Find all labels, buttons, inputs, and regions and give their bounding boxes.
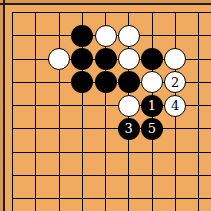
board-intersection bbox=[164, 47, 187, 70]
stone-black-move-1: 1 bbox=[141, 95, 163, 117]
stone-black bbox=[71, 71, 93, 93]
stone-white bbox=[118, 25, 140, 47]
board-intersection bbox=[71, 24, 94, 47]
board-intersection bbox=[71, 71, 94, 94]
stone-black bbox=[95, 71, 117, 93]
move-number-label: 3 bbox=[125, 122, 133, 135]
stone-black bbox=[71, 48, 93, 70]
board-intersection: 4 bbox=[164, 94, 187, 117]
stone-white-move-4: 4 bbox=[164, 95, 186, 117]
stone-white bbox=[95, 25, 117, 47]
stone-black-move-5: 5 bbox=[141, 118, 163, 140]
board-intersection bbox=[117, 47, 140, 70]
move-number-label: 1 bbox=[148, 99, 156, 112]
stone-black bbox=[141, 48, 163, 70]
go-diagram: 21435 bbox=[0, 0, 211, 211]
stone-black-move-3: 3 bbox=[118, 118, 140, 140]
stone-black bbox=[118, 71, 140, 93]
move-number-label: 2 bbox=[171, 76, 179, 89]
stones-grid: 21435 bbox=[1, 1, 210, 210]
board-intersection bbox=[47, 47, 70, 70]
board-intersection bbox=[94, 47, 117, 70]
stone-white bbox=[118, 48, 140, 70]
board-intersection: 5 bbox=[140, 117, 163, 140]
board-intersection bbox=[117, 71, 140, 94]
stone-black bbox=[71, 25, 93, 47]
board-intersection bbox=[140, 71, 163, 94]
board-intersection bbox=[94, 24, 117, 47]
board-intersection bbox=[71, 47, 94, 70]
board-intersection bbox=[94, 71, 117, 94]
board-intersection bbox=[117, 94, 140, 117]
stone-black bbox=[95, 48, 117, 70]
board-intersection bbox=[117, 24, 140, 47]
stone-white bbox=[48, 48, 70, 70]
board-intersection: 2 bbox=[164, 71, 187, 94]
stone-white-move-2: 2 bbox=[164, 71, 186, 93]
stone-white bbox=[141, 71, 163, 93]
stone-white bbox=[164, 48, 186, 70]
board-intersection: 3 bbox=[117, 117, 140, 140]
board-intersection: 1 bbox=[140, 94, 163, 117]
move-number-label: 4 bbox=[171, 99, 179, 112]
stone-white bbox=[118, 95, 140, 117]
move-number-label: 5 bbox=[148, 122, 156, 135]
board-intersection bbox=[140, 47, 163, 70]
